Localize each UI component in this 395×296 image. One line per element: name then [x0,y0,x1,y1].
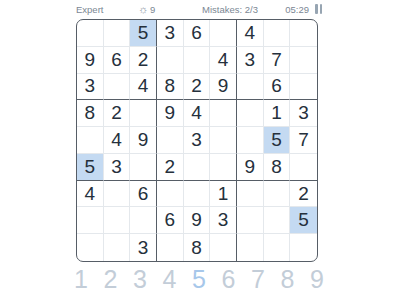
cell-r2c6[interactable]: 4 [210,47,237,74]
cell-r4c7[interactable] [237,100,264,127]
pause-button[interactable] [315,4,322,14]
sudoku-board: 5364962437348296829413493575329846126935… [76,19,318,262]
number-pad: 123456789 [74,263,324,295]
cell-r4c1[interactable]: 8 [77,100,104,127]
cell-r4c3[interactable] [130,100,157,127]
cell-r9c4[interactable] [157,234,184,261]
cell-r8c9[interactable]: 5 [290,207,317,234]
cell-r5c9[interactable]: 7 [290,127,317,154]
cell-r6c9[interactable] [290,154,317,181]
cell-r9c1[interactable] [77,234,104,261]
cell-r9c7[interactable] [237,234,264,261]
cell-r4c5[interactable]: 4 [184,100,211,127]
difficulty-text: Expert [76,4,103,15]
cell-r9c8[interactable] [264,234,291,261]
cell-r5c5[interactable]: 3 [184,127,211,154]
pad-digit-6[interactable]: 6 [222,267,236,292]
cell-r7c8[interactable] [264,181,291,208]
cell-r3c2[interactable] [104,74,131,101]
hint-icon: ☼ [138,4,148,14]
cell-r3c9[interactable] [290,74,317,101]
cell-r6c4[interactable]: 2 [157,154,184,181]
cell-r5c1[interactable] [77,127,104,154]
cell-r8c1[interactable] [77,207,104,234]
cell-r3c4[interactable]: 8 [157,74,184,101]
cell-r8c8[interactable] [264,207,291,234]
cell-r4c4[interactable]: 9 [157,100,184,127]
cell-r9c6[interactable] [210,234,237,261]
cell-r6c6[interactable] [210,154,237,181]
cell-r7c9[interactable]: 2 [290,181,317,208]
cell-r6c8[interactable]: 8 [264,154,291,181]
cell-r3c5[interactable]: 2 [184,74,211,101]
cell-r2c1[interactable]: 9 [77,47,104,74]
cell-r1c3[interactable]: 5 [130,20,157,47]
cell-r9c9[interactable] [290,234,317,261]
cell-r6c2[interactable]: 3 [104,154,131,181]
cell-r4c6[interactable] [210,100,237,127]
cell-r8c3[interactable] [130,207,157,234]
cell-r2c8[interactable]: 7 [264,47,291,74]
cell-r7c1[interactable]: 4 [77,181,104,208]
cell-r4c2[interactable]: 2 [104,100,131,127]
cell-r3c7[interactable] [237,74,264,101]
cell-r5c2[interactable]: 4 [104,127,131,154]
cell-r6c1[interactable]: 5 [77,154,104,181]
cell-r5c7[interactable] [237,127,264,154]
cell-r1c9[interactable] [290,20,317,47]
pad-digit-7[interactable]: 7 [251,267,265,292]
pad-digit-9[interactable]: 9 [310,267,324,292]
pad-digit-8[interactable]: 8 [281,267,295,292]
pad-digit-2[interactable]: 2 [104,267,118,292]
cell-r3c8[interactable]: 6 [264,74,291,101]
cell-r1c8[interactable] [264,20,291,47]
timer-text: 05:29 [285,4,309,15]
pad-digit-4[interactable]: 4 [163,267,177,292]
cell-r5c3[interactable]: 9 [130,127,157,154]
cell-r8c7[interactable] [237,207,264,234]
cell-r2c2[interactable]: 6 [104,47,131,74]
cell-r1c1[interactable] [77,20,104,47]
cell-r2c3[interactable]: 2 [130,47,157,74]
cell-r8c5[interactable]: 9 [184,207,211,234]
cell-r7c6[interactable]: 1 [210,181,237,208]
cell-r6c5[interactable] [184,154,211,181]
pad-digit-1[interactable]: 1 [74,267,88,292]
cell-r9c3[interactable]: 3 [130,234,157,261]
cell-r7c2[interactable] [104,181,131,208]
cell-r4c8[interactable]: 1 [264,100,291,127]
cell-r2c4[interactable] [157,47,184,74]
pad-digit-5[interactable]: 5 [192,267,206,292]
mistakes-text: Mistakes: 2/3 [202,4,258,15]
pause-icon [320,4,323,14]
cell-r2c5[interactable] [184,47,211,74]
hints-counter[interactable]: ☼ 9 [138,2,155,16]
top-bar: Expert ☼ 9 Mistakes: 2/3 05:29 [76,2,322,16]
cell-r3c1[interactable]: 3 [77,74,104,101]
cell-r2c9[interactable] [290,47,317,74]
difficulty-label: Expert [76,2,103,16]
timer: 05:29 [285,2,322,16]
cell-r5c4[interactable] [157,127,184,154]
cell-r5c6[interactable] [210,127,237,154]
cell-r6c7[interactable]: 9 [237,154,264,181]
cell-r1c6[interactable] [210,20,237,47]
cell-r1c2[interactable] [104,20,131,47]
cell-r6c3[interactable] [130,154,157,181]
cell-r8c2[interactable] [104,207,131,234]
cell-r2c7[interactable]: 3 [237,47,264,74]
cell-r7c5[interactable] [184,181,211,208]
cell-r7c7[interactable] [237,181,264,208]
hints-count: 9 [150,4,155,15]
cell-r8c6[interactable]: 3 [210,207,237,234]
cell-r9c5[interactable]: 8 [184,234,211,261]
cell-r8c4[interactable]: 6 [157,207,184,234]
cell-r4c9[interactable]: 3 [290,100,317,127]
cell-r3c6[interactable]: 9 [210,74,237,101]
cell-r5c8[interactable]: 5 [264,127,291,154]
pad-digit-3[interactable]: 3 [133,267,147,292]
pause-icon [315,4,318,14]
cell-r1c7[interactable]: 4 [237,20,264,47]
cell-r3c3[interactable]: 4 [130,74,157,101]
cell-r1c4[interactable]: 3 [157,20,184,47]
cell-r7c4[interactable] [157,181,184,208]
cell-r7c3[interactable]: 6 [130,181,157,208]
cell-r1c5[interactable]: 6 [184,20,211,47]
cell-r9c2[interactable] [104,234,131,261]
mistakes-counter: Mistakes: 2/3 [202,2,258,16]
